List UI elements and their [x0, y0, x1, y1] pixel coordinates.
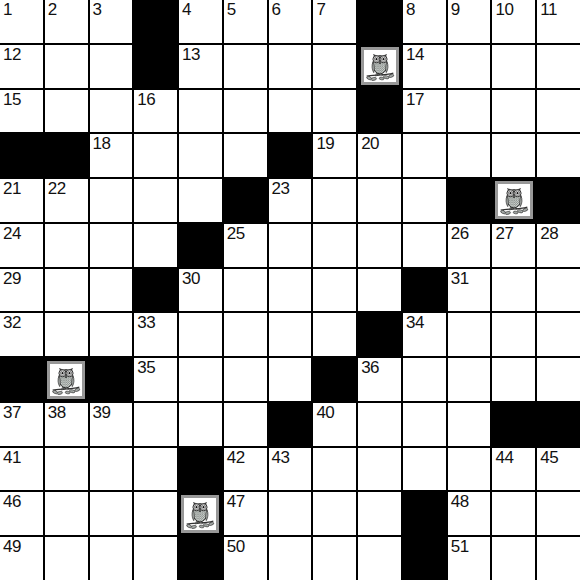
clue-number-13: 13	[182, 45, 200, 65]
black-cell-r4c7	[269, 134, 312, 177]
black-cell-r7c10	[403, 269, 446, 312]
white-cell-r6c11[interactable]: 26	[448, 224, 491, 267]
black-cell-r9c3	[90, 358, 133, 401]
white-cell-r7c8[interactable]	[313, 269, 356, 312]
clue-number-24: 24	[3, 224, 21, 244]
white-cell-r3c1[interactable]: 15	[0, 90, 43, 133]
white-cell-r12c9[interactable]	[358, 492, 401, 535]
white-cell-r1c3[interactable]: 3	[90, 0, 133, 43]
clue-number-21: 21	[3, 179, 21, 199]
clue-number-43: 43	[272, 448, 290, 468]
clue-number-12: 12	[3, 45, 21, 65]
white-cell-r1c7[interactable]: 6	[269, 0, 312, 43]
black-cell-r1c9	[358, 0, 401, 43]
clue-number-37: 37	[3, 403, 21, 423]
white-cell-r9c5[interactable]	[179, 358, 222, 401]
owl-cell-r2c9	[358, 45, 401, 88]
crossword-grid: 12345678910111213 14151617181920212223	[0, 0, 580, 580]
clue-number-2: 2	[48, 0, 57, 20]
white-cell-r2c12[interactable]	[492, 45, 535, 88]
white-cell-r3c8[interactable]	[313, 90, 356, 133]
white-cell-r8c11[interactable]	[448, 313, 491, 356]
white-cell-r1c8[interactable]: 7	[313, 0, 356, 43]
clue-number-18: 18	[93, 134, 111, 154]
white-cell-r5c1[interactable]: 21	[0, 179, 43, 222]
white-cell-r4c3[interactable]: 18	[90, 134, 133, 177]
white-cell-r10c8[interactable]: 40	[313, 403, 356, 446]
owl-icon	[361, 47, 399, 85]
white-cell-r6c7[interactable]	[269, 224, 312, 267]
clue-number-14: 14	[406, 45, 424, 65]
white-cell-r12c1[interactable]: 46	[0, 492, 43, 535]
white-cell-r2c3[interactable]	[90, 45, 133, 88]
black-cell-r3c9	[358, 90, 401, 133]
white-cell-r2c5[interactable]: 13	[179, 45, 222, 88]
white-cell-r9c13[interactable]	[537, 358, 580, 401]
white-cell-r11c1[interactable]: 41	[0, 448, 43, 491]
clue-number-20: 20	[361, 134, 379, 154]
clue-number-41: 41	[3, 448, 21, 468]
clue-number-51: 51	[451, 537, 469, 557]
black-cell-r10c13	[537, 403, 580, 446]
white-cell-r4c5[interactable]	[179, 134, 222, 177]
white-cell-r6c3[interactable]	[90, 224, 133, 267]
clue-number-3: 3	[93, 0, 102, 20]
white-cell-r13c12[interactable]	[492, 537, 535, 580]
white-cell-r11c2[interactable]	[45, 448, 88, 491]
white-cell-r8c8[interactable]	[313, 313, 356, 356]
white-cell-r2c11[interactable]	[448, 45, 491, 88]
black-cell-r13c5	[179, 537, 222, 580]
white-cell-r6c2[interactable]	[45, 224, 88, 267]
white-cell-r4c13[interactable]	[537, 134, 580, 177]
white-cell-r5c10[interactable]	[403, 179, 446, 222]
white-cell-r5c2[interactable]: 22	[45, 179, 88, 222]
white-cell-r8c5[interactable]	[179, 313, 222, 356]
white-cell-r13c7[interactable]	[269, 537, 312, 580]
clue-number-1: 1	[3, 0, 12, 20]
clue-number-16: 16	[137, 90, 155, 110]
clue-number-49: 49	[3, 537, 21, 557]
black-cell-r8c9	[358, 313, 401, 356]
black-cell-r2c4	[134, 45, 177, 88]
white-cell-r9c10[interactable]	[403, 358, 446, 401]
clue-number-15: 15	[3, 90, 21, 110]
white-cell-r3c10[interactable]: 17	[403, 90, 446, 133]
white-cell-r11c3[interactable]	[90, 448, 133, 491]
white-cell-r2c7[interactable]	[269, 45, 312, 88]
white-cell-r3c7[interactable]	[269, 90, 312, 133]
clue-number-25: 25	[227, 224, 245, 244]
clue-number-29: 29	[3, 269, 21, 289]
black-cell-r6c5	[179, 224, 222, 267]
white-cell-r6c10[interactable]	[403, 224, 446, 267]
white-cell-r6c1[interactable]: 24	[0, 224, 43, 267]
white-cell-r12c11[interactable]: 48	[448, 492, 491, 535]
white-cell-r12c6[interactable]: 47	[224, 492, 267, 535]
white-cell-r4c8[interactable]: 19	[313, 134, 356, 177]
white-cell-r7c1[interactable]: 29	[0, 269, 43, 312]
white-cell-r13c6[interactable]: 50	[224, 537, 267, 580]
white-cell-r6c8[interactable]	[313, 224, 356, 267]
clue-number-36: 36	[361, 358, 379, 378]
clue-number-23: 23	[272, 179, 290, 199]
clue-number-47: 47	[227, 492, 245, 512]
white-cell-r3c12[interactable]	[492, 90, 535, 133]
white-cell-r7c11[interactable]: 31	[448, 269, 491, 312]
white-cell-r8c2[interactable]	[45, 313, 88, 356]
black-cell-r4c1	[0, 134, 43, 177]
white-cell-r1c6[interactable]: 5	[224, 0, 267, 43]
black-cell-r10c7	[269, 403, 312, 446]
white-cell-r10c5[interactable]	[179, 403, 222, 446]
black-cell-r11c5	[179, 448, 222, 491]
white-cell-r8c6[interactable]	[224, 313, 267, 356]
owl-icon	[495, 181, 533, 219]
white-cell-r11c11[interactable]	[448, 448, 491, 491]
black-cell-r12c10	[403, 492, 446, 535]
white-cell-r6c9[interactable]	[358, 224, 401, 267]
clue-number-42: 42	[227, 448, 245, 468]
clue-number-10: 10	[495, 0, 513, 20]
white-cell-r6c4[interactable]	[134, 224, 177, 267]
white-cell-r13c4[interactable]	[134, 537, 177, 580]
clue-number-31: 31	[451, 269, 469, 289]
white-cell-r13c13[interactable]	[537, 537, 580, 580]
white-cell-r12c7[interactable]	[269, 492, 312, 535]
white-cell-r3c2[interactable]	[45, 90, 88, 133]
white-cell-r11c9[interactable]	[358, 448, 401, 491]
white-cell-r3c13[interactable]	[537, 90, 580, 133]
white-cell-r13c3[interactable]	[90, 537, 133, 580]
clue-number-45: 45	[540, 448, 558, 468]
black-cell-r9c8	[313, 358, 356, 401]
white-cell-r10c6[interactable]	[224, 403, 267, 446]
white-cell-r4c6[interactable]	[224, 134, 267, 177]
clue-number-8: 8	[406, 0, 415, 20]
white-cell-r2c2[interactable]	[45, 45, 88, 88]
white-cell-r4c9[interactable]: 20	[358, 134, 401, 177]
white-cell-r11c13[interactable]: 45	[537, 448, 580, 491]
white-cell-r10c1[interactable]: 37	[0, 403, 43, 446]
white-cell-r2c1[interactable]: 12	[0, 45, 43, 88]
white-cell-r12c2[interactable]	[45, 492, 88, 535]
white-cell-r2c6[interactable]	[224, 45, 267, 88]
white-cell-r8c10[interactable]: 34	[403, 313, 446, 356]
white-cell-r5c4[interactable]	[134, 179, 177, 222]
white-cell-r10c11[interactable]	[448, 403, 491, 446]
white-cell-r5c5[interactable]	[179, 179, 222, 222]
white-cell-r7c3[interactable]	[90, 269, 133, 312]
white-cell-r1c12[interactable]: 10	[492, 0, 535, 43]
owl-icon	[47, 361, 85, 399]
white-cell-r4c4[interactable]	[134, 134, 177, 177]
white-cell-r13c2[interactable]	[45, 537, 88, 580]
white-cell-r2c10[interactable]: 14	[403, 45, 446, 88]
clue-number-30: 30	[182, 269, 200, 289]
white-cell-r8c3[interactable]	[90, 313, 133, 356]
white-cell-r11c7[interactable]: 43	[269, 448, 312, 491]
white-cell-r9c6[interactable]	[224, 358, 267, 401]
black-cell-r13c10	[403, 537, 446, 580]
white-cell-r7c9[interactable]	[358, 269, 401, 312]
clue-number-5: 5	[227, 0, 236, 20]
white-cell-r6c6[interactable]: 25	[224, 224, 267, 267]
white-cell-r13c8[interactable]	[313, 537, 356, 580]
clue-number-44: 44	[495, 448, 513, 468]
clue-number-17: 17	[406, 90, 424, 110]
black-cell-r4c2	[45, 134, 88, 177]
white-cell-r7c13[interactable]	[537, 269, 580, 312]
black-cell-r5c11	[448, 179, 491, 222]
white-cell-r3c5[interactable]	[179, 90, 222, 133]
clue-number-50: 50	[227, 537, 245, 557]
white-cell-r4c12[interactable]	[492, 134, 535, 177]
white-cell-r2c8[interactable]	[313, 45, 356, 88]
white-cell-r10c4[interactable]	[134, 403, 177, 446]
clue-number-9: 9	[451, 0, 460, 20]
white-cell-r1c5[interactable]: 4	[179, 0, 222, 43]
white-cell-r10c2[interactable]: 38	[45, 403, 88, 446]
white-cell-r10c9[interactable]	[358, 403, 401, 446]
white-cell-r12c8[interactable]	[313, 492, 356, 535]
black-cell-r7c4	[134, 269, 177, 312]
black-cell-r5c13	[537, 179, 580, 222]
white-cell-r4c11[interactable]	[448, 134, 491, 177]
white-cell-r6c12[interactable]: 27	[492, 224, 535, 267]
white-cell-r13c11[interactable]: 51	[448, 537, 491, 580]
white-cell-r3c4[interactable]: 16	[134, 90, 177, 133]
white-cell-r1c10[interactable]: 8	[403, 0, 446, 43]
clue-number-7: 7	[316, 0, 325, 20]
white-cell-r5c8[interactable]	[313, 179, 356, 222]
white-cell-r9c11[interactable]	[448, 358, 491, 401]
white-cell-r3c6[interactable]	[224, 90, 267, 133]
white-cell-r11c6[interactable]: 42	[224, 448, 267, 491]
white-cell-r12c4[interactable]	[134, 492, 177, 535]
white-cell-r5c3[interactable]	[90, 179, 133, 222]
white-cell-r9c12[interactable]	[492, 358, 535, 401]
white-cell-r7c5[interactable]: 30	[179, 269, 222, 312]
white-cell-r11c8[interactable]	[313, 448, 356, 491]
owl-cell-r9c2	[45, 358, 88, 401]
black-cell-r10c12	[492, 403, 535, 446]
white-cell-r1c11[interactable]: 9	[448, 0, 491, 43]
white-cell-r1c13[interactable]: 11	[537, 0, 580, 43]
clue-number-32: 32	[3, 313, 21, 333]
clue-number-40: 40	[316, 403, 334, 423]
white-cell-r9c7[interactable]	[269, 358, 312, 401]
clue-number-34: 34	[406, 313, 424, 333]
white-cell-r12c3[interactable]	[90, 492, 133, 535]
clue-number-46: 46	[3, 492, 21, 512]
clue-number-38: 38	[48, 403, 66, 423]
owl-icon	[181, 495, 219, 533]
white-cell-r9c9[interactable]: 36	[358, 358, 401, 401]
white-cell-r7c7[interactable]	[269, 269, 312, 312]
white-cell-r1c1[interactable]: 1	[0, 0, 43, 43]
white-cell-r11c10[interactable]	[403, 448, 446, 491]
clue-number-6: 6	[272, 0, 281, 20]
white-cell-r12c13[interactable]	[537, 492, 580, 535]
clue-number-35: 35	[137, 358, 155, 378]
white-cell-r7c12[interactable]	[492, 269, 535, 312]
black-cell-r1c4	[134, 0, 177, 43]
white-cell-r3c11[interactable]	[448, 90, 491, 133]
clue-number-22: 22	[48, 179, 66, 199]
clue-number-27: 27	[495, 224, 513, 244]
white-cell-r7c6[interactable]	[224, 269, 267, 312]
white-cell-r3c3[interactable]	[90, 90, 133, 133]
owl-cell-r5c12	[492, 179, 535, 222]
clue-number-4: 4	[182, 0, 191, 20]
white-cell-r13c1[interactable]: 49	[0, 537, 43, 580]
white-cell-r12c12[interactable]	[492, 492, 535, 535]
white-cell-r13c9[interactable]	[358, 537, 401, 580]
clue-number-11: 11	[540, 0, 557, 20]
white-cell-r9c4[interactable]: 35	[134, 358, 177, 401]
white-cell-r8c7[interactable]	[269, 313, 312, 356]
white-cell-r8c1[interactable]: 32	[0, 313, 43, 356]
white-cell-r4c10[interactable]	[403, 134, 446, 177]
white-cell-r7c2[interactable]	[45, 269, 88, 312]
clue-number-39: 39	[93, 403, 111, 423]
white-cell-r2c13[interactable]	[537, 45, 580, 88]
clue-number-48: 48	[451, 492, 469, 512]
owl-cell-r12c5	[179, 492, 222, 535]
white-cell-r5c7[interactable]: 23	[269, 179, 312, 222]
white-cell-r8c4[interactable]: 33	[134, 313, 177, 356]
white-cell-r6c13[interactable]: 28	[537, 224, 580, 267]
white-cell-r8c13[interactable]	[537, 313, 580, 356]
white-cell-r1c2[interactable]: 2	[45, 0, 88, 43]
white-cell-r5c9[interactable]	[358, 179, 401, 222]
white-cell-r10c10[interactable]	[403, 403, 446, 446]
clue-number-26: 26	[451, 224, 469, 244]
black-cell-r5c6	[224, 179, 267, 222]
white-cell-r10c3[interactable]: 39	[90, 403, 133, 446]
black-cell-r9c1	[0, 358, 43, 401]
white-cell-r11c4[interactable]	[134, 448, 177, 491]
white-cell-r8c12[interactable]	[492, 313, 535, 356]
clue-number-33: 33	[137, 313, 155, 333]
white-cell-r11c12[interactable]: 44	[492, 448, 535, 491]
clue-number-19: 19	[316, 134, 334, 154]
clue-number-28: 28	[540, 224, 558, 244]
